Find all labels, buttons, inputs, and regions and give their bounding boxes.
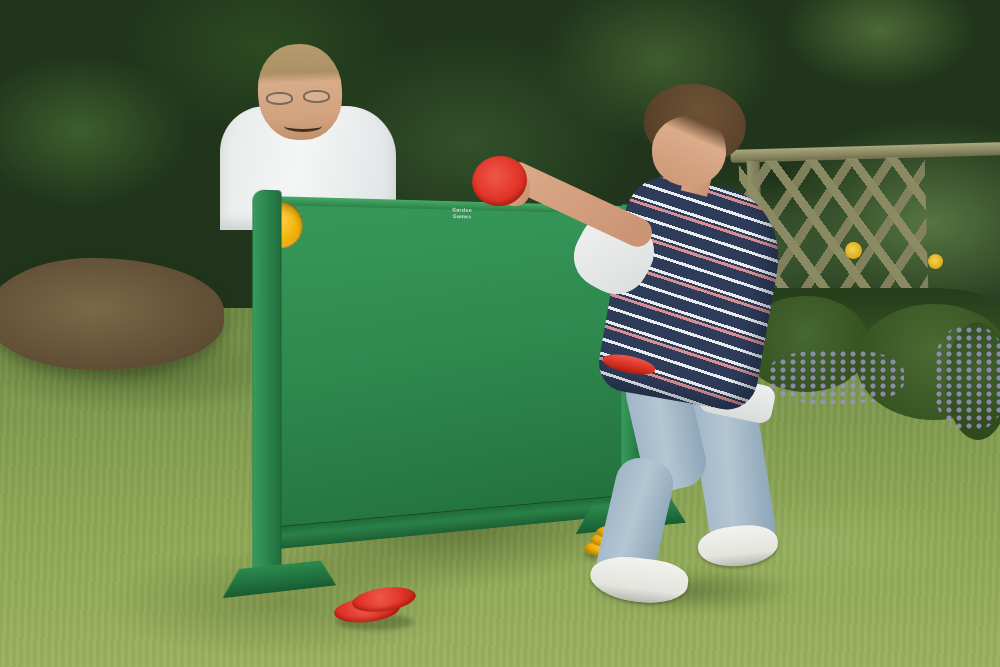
man-necklace [284, 120, 322, 132]
garden-connect-four-photo: Garden Games [0, 0, 1000, 667]
lavender-flowers [934, 326, 1000, 430]
yellow-rose [845, 242, 862, 259]
glasses-icon [266, 92, 293, 105]
glasses-icon [303, 90, 330, 103]
board-grid [281, 225, 622, 527]
bare-soil-patch [0, 258, 224, 370]
board-logo: Garden Games [443, 207, 482, 221]
lavender-flowers [768, 350, 904, 404]
board-left-post [252, 190, 281, 574]
yellow-rose [928, 254, 943, 269]
